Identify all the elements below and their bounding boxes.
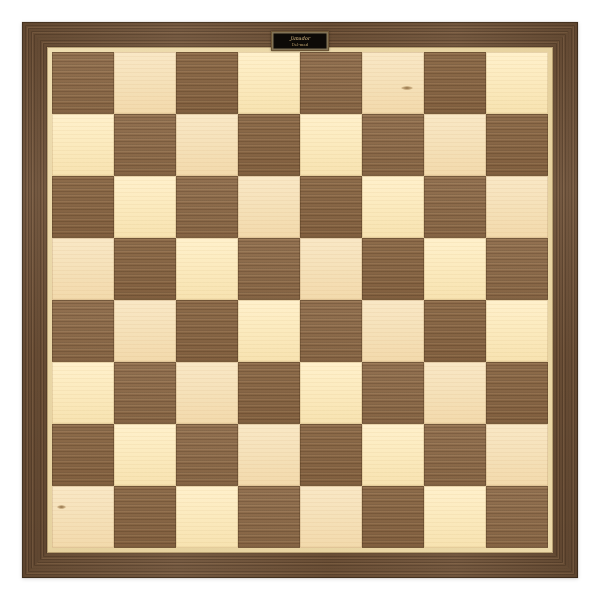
square-r6c4-dark[interactable] (238, 362, 300, 424)
square-r1c5-dark[interactable] (300, 52, 362, 114)
brand-plaque-script-text: Jimador (290, 36, 310, 40)
square-r5c2-light[interactable] (114, 300, 176, 362)
square-r3c2-light[interactable] (114, 176, 176, 238)
square-r6c2-dark[interactable] (114, 362, 176, 424)
square-r8c3-light[interactable] (176, 486, 238, 548)
playing-field (52, 52, 548, 548)
square-r7c4-light[interactable] (238, 424, 300, 486)
square-r5c4-light[interactable] (238, 300, 300, 362)
square-r4c2-dark[interactable] (114, 238, 176, 300)
square-r6c6-dark[interactable] (362, 362, 424, 424)
square-r3c3-dark[interactable] (176, 176, 238, 238)
square-r1c4-light[interactable] (238, 52, 300, 114)
square-r3c5-dark[interactable] (300, 176, 362, 238)
square-r1c2-light[interactable] (114, 52, 176, 114)
chessboard: Jimador Del-mad (22, 22, 578, 578)
square-r2c2-dark[interactable] (114, 114, 176, 176)
square-r8c4-dark[interactable] (238, 486, 300, 548)
square-r8c6-dark[interactable] (362, 486, 424, 548)
square-r1c1-dark[interactable] (52, 52, 114, 114)
square-r5c6-light[interactable] (362, 300, 424, 362)
square-r3c1-dark[interactable] (52, 176, 114, 238)
square-r2c5-light[interactable] (300, 114, 362, 176)
square-r2c6-dark[interactable] (362, 114, 424, 176)
square-r2c1-light[interactable] (52, 114, 114, 176)
square-r7c3-dark[interactable] (176, 424, 238, 486)
frame-rail-left (22, 22, 47, 578)
square-r7c5-dark[interactable] (300, 424, 362, 486)
square-r4c7-light[interactable] (424, 238, 486, 300)
square-r6c8-dark[interactable] (486, 362, 548, 424)
square-r3c7-dark[interactable] (424, 176, 486, 238)
square-r7c7-dark[interactable] (424, 424, 486, 486)
brand-plaque: Jimador Del-mad (271, 31, 329, 51)
square-r3c8-light[interactable] (486, 176, 548, 238)
square-r4c5-light[interactable] (300, 238, 362, 300)
square-r8c8-dark[interactable] (486, 486, 548, 548)
frame-rail-right (553, 22, 578, 578)
square-r5c7-dark[interactable] (424, 300, 486, 362)
square-r4c1-light[interactable] (52, 238, 114, 300)
square-r1c3-dark[interactable] (176, 52, 238, 114)
square-r3c6-light[interactable] (362, 176, 424, 238)
square-r1c7-dark[interactable] (424, 52, 486, 114)
brand-plaque-subtext: Del-mad (292, 43, 308, 46)
square-r7c6-light[interactable] (362, 424, 424, 486)
square-r5c3-dark[interactable] (176, 300, 238, 362)
square-r2c7-light[interactable] (424, 114, 486, 176)
square-r2c4-dark[interactable] (238, 114, 300, 176)
square-r4c4-dark[interactable] (238, 238, 300, 300)
square-r7c8-light[interactable] (486, 424, 548, 486)
square-r6c1-light[interactable] (52, 362, 114, 424)
square-r8c7-light[interactable] (424, 486, 486, 548)
square-r8c1-light[interactable] (52, 486, 114, 548)
wood-knot (401, 86, 413, 90)
square-r4c8-dark[interactable] (486, 238, 548, 300)
square-r6c7-light[interactable] (424, 362, 486, 424)
square-r1c8-light[interactable] (486, 52, 548, 114)
square-r3c4-light[interactable] (238, 176, 300, 238)
square-r1c6-light[interactable] (362, 52, 424, 114)
square-r5c1-dark[interactable] (52, 300, 114, 362)
square-r4c3-light[interactable] (176, 238, 238, 300)
square-r2c3-light[interactable] (176, 114, 238, 176)
square-r5c5-dark[interactable] (300, 300, 362, 362)
square-r7c2-light[interactable] (114, 424, 176, 486)
photo-background: Jimador Del-mad (0, 0, 600, 600)
square-r8c2-dark[interactable] (114, 486, 176, 548)
square-r6c3-light[interactable] (176, 362, 238, 424)
square-r5c8-light[interactable] (486, 300, 548, 362)
wood-knot (57, 505, 66, 509)
square-r4c6-dark[interactable] (362, 238, 424, 300)
square-r6c5-light[interactable] (300, 362, 362, 424)
square-r2c8-dark[interactable] (486, 114, 548, 176)
square-r8c5-light[interactable] (300, 486, 362, 548)
square-r7c1-dark[interactable] (52, 424, 114, 486)
frame-rail-bottom (22, 553, 578, 578)
